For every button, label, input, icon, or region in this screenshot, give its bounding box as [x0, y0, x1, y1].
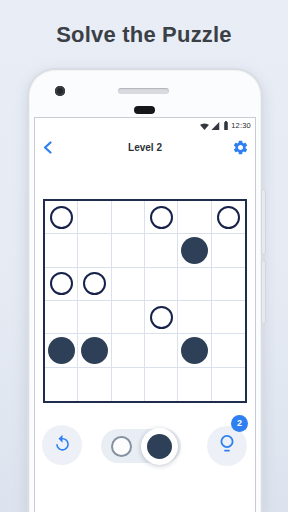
front-camera: [55, 86, 65, 96]
cell-signal-icon: [211, 122, 220, 130]
cell-r3c6[interactable]: [212, 268, 245, 301]
dark-filled-circle: [81, 337, 108, 364]
cell-r1c6[interactable]: [212, 201, 245, 234]
white-outlined-circle: [217, 206, 240, 229]
cell-r6c2[interactable]: [78, 368, 111, 401]
cell-r4c5[interactable]: [178, 301, 211, 334]
cell-r5c2[interactable]: [78, 334, 111, 367]
status-bar: 12:30: [200, 120, 251, 131]
white-outlined-circle: [50, 206, 73, 229]
piece-toggle[interactable]: [101, 429, 181, 463]
cell-r1c5[interactable]: [178, 201, 211, 234]
battery-icon: [223, 121, 229, 130]
clock-time: 12:30: [231, 121, 251, 130]
board: [43, 199, 247, 403]
white-outlined-circle: [150, 306, 173, 329]
undo-icon: [53, 434, 72, 457]
cell-r5c4[interactable]: [145, 334, 178, 367]
empty-circle-icon[interactable]: [111, 436, 132, 457]
cell-r6c4[interactable]: [145, 368, 178, 401]
dark-filled-circle: [181, 337, 208, 364]
undo-button[interactable]: [42, 425, 82, 465]
cell-r4c4[interactable]: [145, 301, 178, 334]
cell-r4c3[interactable]: [112, 301, 145, 334]
dark-filled-circle: [181, 237, 208, 264]
cell-r4c2[interactable]: [78, 301, 111, 334]
cell-r2c2[interactable]: [78, 234, 111, 267]
cell-r1c3[interactable]: [112, 201, 145, 234]
cell-r6c3[interactable]: [112, 368, 145, 401]
cell-r3c2[interactable]: [78, 268, 111, 301]
cell-r2c4[interactable]: [145, 234, 178, 267]
cell-r3c1[interactable]: [45, 268, 78, 301]
cell-r3c3[interactable]: [112, 268, 145, 301]
toggle-thumb[interactable]: [141, 428, 178, 465]
cell-r2c6[interactable]: [212, 234, 245, 267]
white-outlined-circle: [150, 206, 173, 229]
gear-icon[interactable]: [232, 139, 249, 156]
cell-r1c4[interactable]: [145, 201, 178, 234]
dark-filled-circle: [48, 337, 75, 364]
filled-circle-icon: [147, 434, 172, 459]
lightbulb-icon: [216, 432, 238, 460]
cell-r6c5[interactable]: [178, 368, 211, 401]
volume-button: [261, 189, 266, 255]
cell-r2c3[interactable]: [112, 234, 145, 267]
cell-r5c3[interactable]: [112, 334, 145, 367]
phone-screen: 12:30 Level 2: [34, 117, 256, 512]
cell-r1c1[interactable]: [45, 201, 78, 234]
phone-mockup: 12:30 Level 2: [27, 68, 263, 512]
cell-r5c5[interactable]: [178, 334, 211, 367]
cell-r2c1[interactable]: [45, 234, 78, 267]
level-title: Level 2: [35, 137, 255, 159]
power-button: [261, 260, 266, 324]
cell-r5c1[interactable]: [45, 334, 78, 367]
white-outlined-circle: [50, 272, 73, 295]
header: Level 2: [35, 137, 255, 159]
speaker-slot: [134, 106, 155, 114]
cell-r2c5[interactable]: [178, 234, 211, 267]
hint-button[interactable]: [207, 426, 247, 466]
cell-r6c6[interactable]: [212, 368, 245, 401]
cell-r4c1[interactable]: [45, 301, 78, 334]
cell-r5c6[interactable]: [212, 334, 245, 367]
cell-r4c6[interactable]: [212, 301, 245, 334]
cell-r3c4[interactable]: [145, 268, 178, 301]
white-outlined-circle: [83, 272, 106, 295]
cell-r1c2[interactable]: [78, 201, 111, 234]
wifi-icon: [200, 122, 209, 130]
cell-r3c5[interactable]: [178, 268, 211, 301]
hint-count-badge: 2: [231, 415, 248, 432]
app-screenshot: Solve the Puzzle 12:30: [0, 0, 288, 512]
banner-title: Solve the Puzzle: [0, 22, 288, 48]
cell-r6c1[interactable]: [45, 368, 78, 401]
earpiece-speaker: [118, 88, 169, 94]
